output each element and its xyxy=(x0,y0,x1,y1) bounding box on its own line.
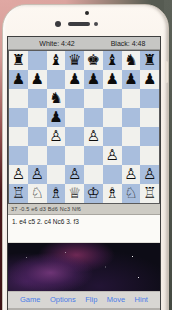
square-c2[interactable] xyxy=(47,165,66,184)
black-rook: ♜ xyxy=(12,51,25,70)
square-e8[interactable]: ♚ xyxy=(84,51,103,70)
black-bishop: ♝ xyxy=(105,51,118,70)
hint-button[interactable]: Hint xyxy=(135,295,148,304)
square-a8[interactable]: ♜ xyxy=(9,51,28,70)
engine-analysis-line: 37 -0.5 e6 d3 Bd6 Nc3 Nf6 xyxy=(8,204,160,215)
nebula-background-image xyxy=(8,243,160,291)
black-pawn: ♟ xyxy=(49,108,62,127)
square-c1[interactable]: ♗ xyxy=(47,184,66,203)
square-e3[interactable] xyxy=(84,146,103,165)
square-h4[interactable] xyxy=(140,127,159,146)
square-h8[interactable]: ♜ xyxy=(140,51,159,70)
square-d5[interactable] xyxy=(65,108,84,127)
square-b4[interactable] xyxy=(28,127,47,146)
black-pawn: ♟ xyxy=(105,70,118,89)
white-king: ♔ xyxy=(87,184,100,203)
speaker-dot-icon xyxy=(94,22,98,26)
black-pawn: ♟ xyxy=(12,70,25,89)
black-pawn: ♟ xyxy=(68,70,81,89)
options-button[interactable]: Options xyxy=(50,295,76,304)
square-c5[interactable]: ♟ xyxy=(47,108,66,127)
square-c3[interactable] xyxy=(47,146,66,165)
square-c4[interactable]: ♙ xyxy=(47,127,66,146)
square-f3[interactable]: ♙ xyxy=(103,146,122,165)
square-f5[interactable] xyxy=(103,108,122,127)
square-g4[interactable] xyxy=(122,127,141,146)
square-a1[interactable]: ♖ xyxy=(9,184,28,203)
move-button[interactable]: Move xyxy=(107,295,125,304)
square-e2[interactable] xyxy=(84,165,103,184)
white-pawn: ♙ xyxy=(12,165,25,184)
square-h5[interactable] xyxy=(140,108,159,127)
square-h2[interactable]: ♙ xyxy=(140,165,159,184)
square-b8[interactable] xyxy=(28,51,47,70)
square-d6[interactable] xyxy=(65,89,84,108)
square-g2[interactable]: ♙ xyxy=(122,165,141,184)
screenshot: White: 4:42 Black: 4:48 ♜♝♛♚♝♞♜♟♟♟♟♟♟♟♞♟… xyxy=(0,0,172,310)
square-g5[interactable] xyxy=(122,108,141,127)
square-f7[interactable]: ♟ xyxy=(103,70,122,89)
clock-bar: White: 4:42 Black: 4:48 xyxy=(8,37,160,50)
square-b7[interactable]: ♟ xyxy=(28,70,47,89)
black-clock: Black: 4:48 xyxy=(84,40,160,47)
black-pawn: ♟ xyxy=(143,70,156,89)
chess-board[interactable]: ♜♝♛♚♝♞♜♟♟♟♟♟♟♟♞♟♙♙♙♙♙♙♙♙♖♘♗♕♔♗♘♖ xyxy=(8,50,160,204)
square-b6[interactable] xyxy=(28,89,47,108)
square-f2[interactable] xyxy=(103,165,122,184)
square-b1[interactable]: ♘ xyxy=(28,184,47,203)
black-pawn: ♟ xyxy=(124,70,137,89)
square-a7[interactable]: ♟ xyxy=(9,70,28,89)
square-e7[interactable]: ♟ xyxy=(84,70,103,89)
square-a3[interactable] xyxy=(9,146,28,165)
white-rook: ♖ xyxy=(143,184,156,203)
white-pawn: ♙ xyxy=(124,165,137,184)
square-a5[interactable] xyxy=(9,108,28,127)
black-queen: ♛ xyxy=(68,51,81,70)
white-knight: ♘ xyxy=(124,184,137,203)
square-a4[interactable] xyxy=(9,127,28,146)
square-c6[interactable]: ♞ xyxy=(47,89,66,108)
earpiece-speaker-icon xyxy=(68,22,90,26)
square-e1[interactable]: ♔ xyxy=(84,184,103,203)
white-pawn: ♙ xyxy=(68,165,81,184)
square-f8[interactable]: ♝ xyxy=(103,51,122,70)
white-bishop: ♗ xyxy=(49,184,62,203)
black-rook: ♜ xyxy=(143,51,156,70)
square-h1[interactable]: ♖ xyxy=(140,184,159,203)
square-g1[interactable]: ♘ xyxy=(122,184,141,203)
white-bishop: ♗ xyxy=(105,184,118,203)
square-d8[interactable]: ♛ xyxy=(65,51,84,70)
white-pawn: ♙ xyxy=(49,127,62,146)
square-g7[interactable]: ♟ xyxy=(122,70,141,89)
square-g8[interactable]: ♞ xyxy=(122,51,141,70)
black-knight: ♞ xyxy=(124,51,137,70)
white-rook: ♖ xyxy=(12,184,25,203)
game-button[interactable]: Game xyxy=(20,295,40,304)
flip-button[interactable]: Flip xyxy=(85,295,97,304)
black-pawn: ♟ xyxy=(30,70,43,89)
square-g3[interactable] xyxy=(122,146,141,165)
square-d4[interactable] xyxy=(65,127,84,146)
square-h3[interactable] xyxy=(140,146,159,165)
app-screen: White: 4:42 Black: 4:48 ♜♝♛♚♝♞♜♟♟♟♟♟♟♟♞♟… xyxy=(7,36,161,310)
square-a6[interactable] xyxy=(9,89,28,108)
white-pawn: ♙ xyxy=(30,165,43,184)
square-b2[interactable]: ♙ xyxy=(28,165,47,184)
square-e6[interactable] xyxy=(84,89,103,108)
black-knight: ♞ xyxy=(49,89,62,108)
white-queen: ♕ xyxy=(68,184,81,203)
square-b5[interactable] xyxy=(28,108,47,127)
square-b3[interactable] xyxy=(28,146,47,165)
square-f4[interactable] xyxy=(103,127,122,146)
proximity-sensor-icon xyxy=(85,11,89,15)
square-h7[interactable]: ♟ xyxy=(140,70,159,89)
black-king: ♚ xyxy=(87,51,100,70)
white-clock: White: 4:42 xyxy=(8,40,84,47)
square-c8[interactable]: ♝ xyxy=(47,51,66,70)
square-h6[interactable] xyxy=(140,89,159,108)
square-e4[interactable]: ♙ xyxy=(84,127,103,146)
square-g6[interactable] xyxy=(122,89,141,108)
square-d7[interactable]: ♟ xyxy=(65,70,84,89)
black-bishop: ♝ xyxy=(49,51,62,70)
white-pawn: ♙ xyxy=(105,146,118,165)
square-d2[interactable]: ♙ xyxy=(65,165,84,184)
square-a2[interactable]: ♙ xyxy=(9,165,28,184)
square-d3[interactable] xyxy=(65,146,84,165)
side-button xyxy=(165,61,168,83)
front-camera-icon xyxy=(55,21,61,27)
white-pawn: ♙ xyxy=(143,165,156,184)
white-pawn: ♙ xyxy=(87,127,100,146)
square-f6[interactable] xyxy=(103,89,122,108)
square-c7[interactable] xyxy=(47,70,66,89)
black-pawn: ♟ xyxy=(87,70,100,89)
square-f1[interactable]: ♗ xyxy=(103,184,122,203)
square-d1[interactable]: ♕ xyxy=(65,184,84,203)
move-list[interactable]: 1. e4 c5 2. c4 Nc6 3. f3 xyxy=(8,215,160,243)
white-knight: ♘ xyxy=(30,184,43,203)
square-e5[interactable] xyxy=(84,108,103,127)
